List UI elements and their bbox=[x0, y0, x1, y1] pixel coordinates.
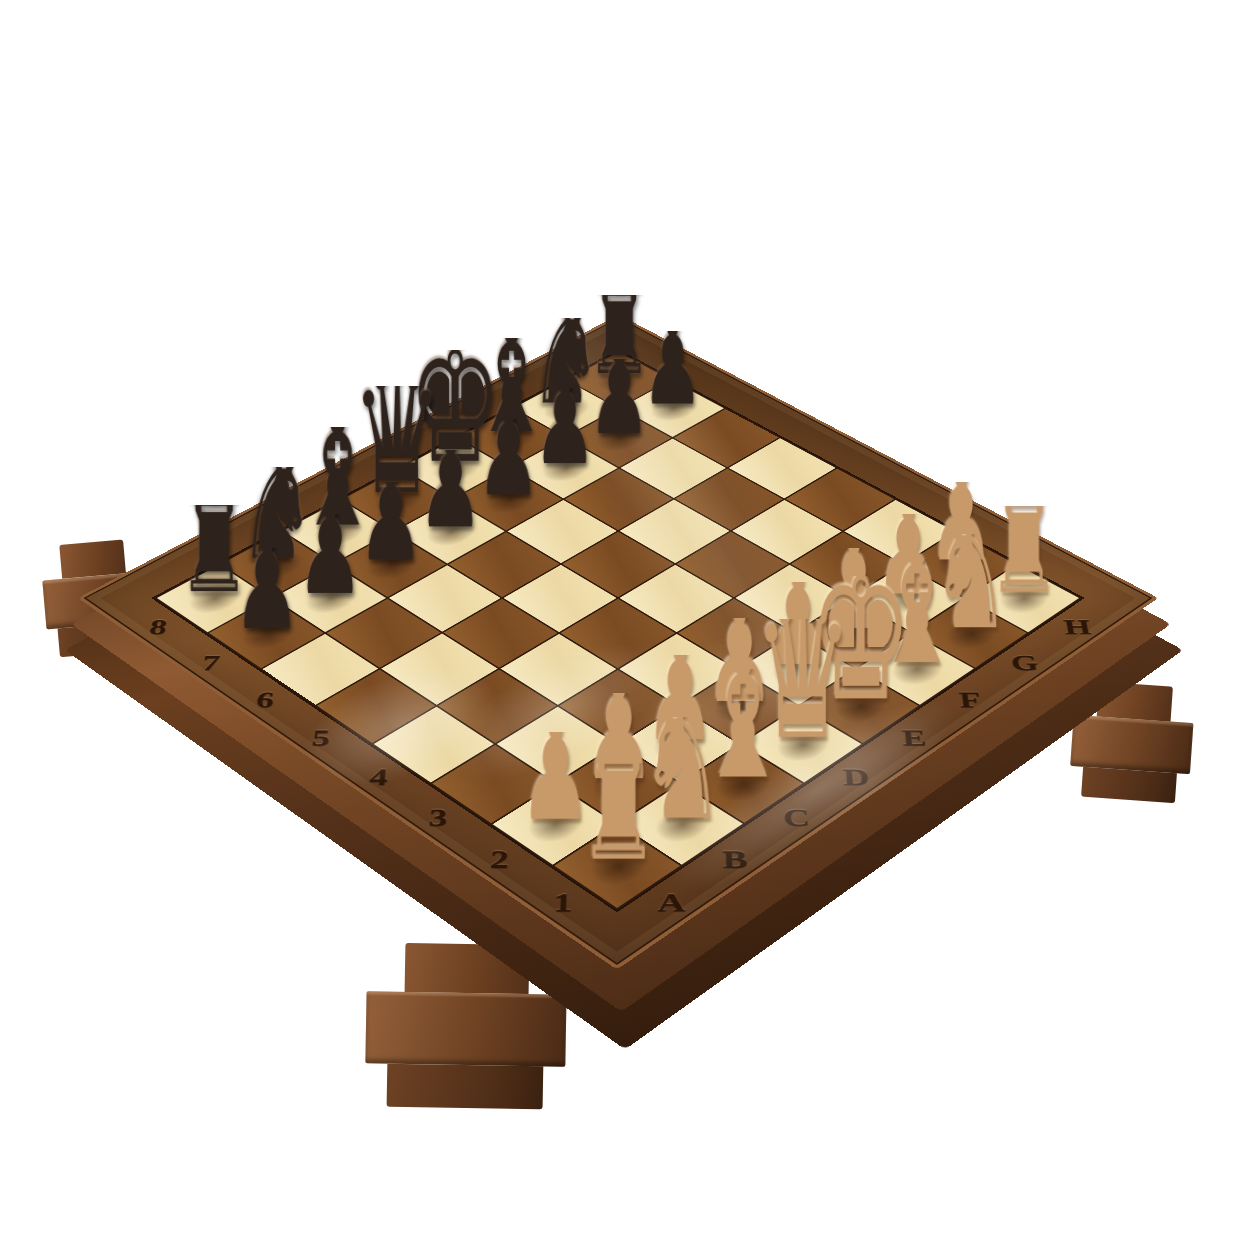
rook-glyph: ♜ bbox=[577, 728, 659, 884]
piece-white-rook[interactable]: ♜ bbox=[566, 763, 672, 881]
board-face: 8 7 6 5 4 3 2 1 A B C D E F G H bbox=[78, 315, 1158, 970]
scene: 8 7 6 5 4 3 2 1 A B C D E F G H bbox=[0, 0, 1250, 1250]
chess-set-photo: 8 7 6 5 4 3 2 1 A B C D E F G H bbox=[0, 0, 1250, 1250]
pawn-glyph: ♟ bbox=[233, 519, 301, 648]
squares-grid: ♜♞♝♛♚♝♞♜♟♟♟♟♟♟♟♟♟♟♟♟♟♟♟♟♜♞♝♛♚♝♞♜ bbox=[154, 351, 1082, 911]
piece-black-pawn[interactable]: ♟ bbox=[223, 548, 310, 645]
